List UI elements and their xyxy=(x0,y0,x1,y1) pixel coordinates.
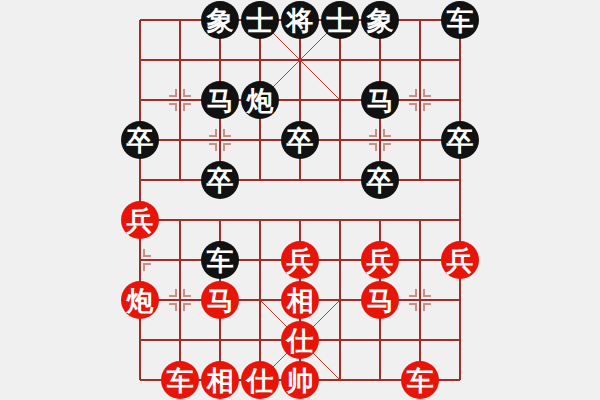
board-point: 象 xyxy=(360,0,400,40)
piece-black-soldier[interactable]: 卒 xyxy=(281,121,319,159)
board-point: 象 xyxy=(200,0,240,40)
board-point: 车 xyxy=(400,360,440,400)
piece-red-horse[interactable]: 马 xyxy=(361,281,399,319)
piece-red-general[interactable]: 帅 xyxy=(281,361,319,399)
board-point: 相 xyxy=(280,280,320,320)
piece-black-soldier[interactable]: 卒 xyxy=(201,161,239,199)
board-point: 车 xyxy=(160,360,200,400)
board-point: 炮 xyxy=(120,280,160,320)
piece-black-advisor[interactable]: 士 xyxy=(321,1,359,39)
board-point: 兵 xyxy=(360,240,400,280)
board-point: 马 xyxy=(360,280,400,320)
piece-black-cannon[interactable]: 炮 xyxy=(241,81,279,119)
board-point: 卒 xyxy=(360,160,400,200)
piece-black-soldier[interactable]: 卒 xyxy=(361,161,399,199)
piece-red-horse[interactable]: 马 xyxy=(201,281,239,319)
board-point: 兵 xyxy=(280,240,320,280)
board-point: 士 xyxy=(320,0,360,40)
board-point: 仕 xyxy=(280,320,320,360)
piece-red-elephant[interactable]: 相 xyxy=(201,361,239,399)
piece-black-general[interactable]: 将 xyxy=(281,1,319,39)
piece-black-soldier[interactable]: 卒 xyxy=(441,121,479,159)
xiangqi-screen: 象士将士象车马炮马卒卒卒卒卒兵车兵兵兵炮马相马仕车相仕帅车 xyxy=(0,0,600,400)
board-point: 卒 xyxy=(440,120,480,160)
board-point: 车 xyxy=(440,0,480,40)
board-point: 将 xyxy=(280,0,320,40)
piece-red-soldier[interactable]: 兵 xyxy=(281,241,319,279)
board-grid: 象士将士象车马炮马卒卒卒卒卒兵车兵兵兵炮马相马仕车相仕帅车 xyxy=(120,0,480,400)
board-point: 卒 xyxy=(200,160,240,200)
piece-black-elephant[interactable]: 象 xyxy=(361,1,399,39)
board-point: 车 xyxy=(200,240,240,280)
board-point: 马 xyxy=(360,80,400,120)
xiangqi-board: 象士将士象车马炮马卒卒卒卒卒兵车兵兵兵炮马相马仕车相仕帅车 xyxy=(120,0,480,400)
board-point: 士 xyxy=(240,0,280,40)
board-point: 兵 xyxy=(120,200,160,240)
piece-black-soldier[interactable]: 卒 xyxy=(121,121,159,159)
piece-red-chariot[interactable]: 车 xyxy=(401,361,439,399)
piece-red-advisor[interactable]: 仕 xyxy=(281,321,319,359)
piece-red-soldier[interactable]: 兵 xyxy=(121,201,159,239)
piece-red-cannon[interactable]: 炮 xyxy=(121,281,159,319)
piece-red-advisor[interactable]: 仕 xyxy=(241,361,279,399)
piece-red-soldier[interactable]: 兵 xyxy=(361,241,399,279)
piece-black-chariot[interactable]: 车 xyxy=(201,241,239,279)
board-point: 卒 xyxy=(280,120,320,160)
board-point: 炮 xyxy=(240,80,280,120)
board-point: 兵 xyxy=(440,240,480,280)
board-point: 相 xyxy=(200,360,240,400)
piece-black-advisor[interactable]: 士 xyxy=(241,1,279,39)
piece-red-elephant[interactable]: 相 xyxy=(281,281,319,319)
piece-red-chariot[interactable]: 车 xyxy=(161,361,199,399)
board-point: 仕 xyxy=(240,360,280,400)
piece-black-chariot[interactable]: 车 xyxy=(441,1,479,39)
board-point: 马 xyxy=(200,280,240,320)
piece-black-elephant[interactable]: 象 xyxy=(201,1,239,39)
board-point: 卒 xyxy=(120,120,160,160)
piece-black-horse[interactable]: 马 xyxy=(201,81,239,119)
piece-red-soldier[interactable]: 兵 xyxy=(441,241,479,279)
board-point: 帅 xyxy=(280,360,320,400)
board-point: 马 xyxy=(200,80,240,120)
piece-black-horse[interactable]: 马 xyxy=(361,81,399,119)
